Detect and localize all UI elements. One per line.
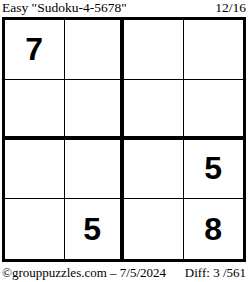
cell-r3c1[interactable] [5, 140, 65, 200]
copyright-text: ©grouppuzzles.com – 7/5/2024 [2, 265, 166, 280]
empty-cell-counter: 12/16 [215, 0, 246, 15]
cell-r2c2[interactable] [65, 80, 125, 140]
cell-r3c2[interactable] [65, 140, 125, 200]
header: Easy "Sudoku-4-5678" 12/16 [2, 0, 246, 17]
cell-r3c4[interactable]: 5 [184, 140, 244, 200]
cell-r4c4[interactable]: 8 [184, 199, 244, 259]
cell-r1c2[interactable] [65, 20, 125, 80]
cell-r1c4[interactable] [184, 20, 244, 80]
cell-r1c3[interactable] [124, 20, 184, 80]
cell-r2c1[interactable] [5, 80, 65, 140]
puzzle-page: Easy "Sudoku-4-5678" 12/16 7 5 5 8 ©grou… [0, 0, 248, 282]
cell-r3c3[interactable] [124, 140, 184, 200]
cell-r4c3[interactable] [124, 199, 184, 259]
cell-r2c4[interactable] [184, 80, 244, 140]
cell-r2c3[interactable] [124, 80, 184, 140]
cell-r1c1[interactable]: 7 [5, 20, 65, 80]
difficulty-text: Diff: 3 /561 [185, 265, 246, 280]
puzzle-title: Easy "Sudoku-4-5678" [2, 0, 127, 15]
cell-r4c2[interactable]: 5 [65, 199, 125, 259]
cell-r4c1[interactable] [5, 199, 65, 259]
sudoku-board: 7 5 5 8 [2, 17, 246, 262]
footer: ©grouppuzzles.com – 7/5/2024 Diff: 3 /56… [2, 264, 246, 280]
